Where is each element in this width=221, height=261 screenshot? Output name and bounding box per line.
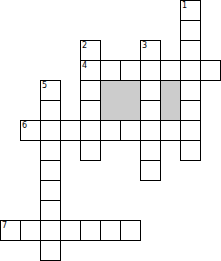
crossword-cell-r6c6[interactable] <box>120 120 141 141</box>
crossword-cell-r5c2[interactable] <box>40 100 61 121</box>
shaded-block-2[interactable] <box>160 80 181 121</box>
crossword-cell-r6c8[interactable] <box>160 120 181 141</box>
crossword-cell-r7c4[interactable] <box>80 140 101 161</box>
crossword-cell-r1c9[interactable] <box>180 20 201 41</box>
crossword-cell-r7c9[interactable] <box>180 140 201 161</box>
crossword-cell-r4c9[interactable] <box>180 80 201 101</box>
crossword-cell-r2c4[interactable] <box>80 40 101 61</box>
crossword-cell-r0c9[interactable] <box>180 0 201 21</box>
crossword-cell-r7c2[interactable] <box>40 140 61 161</box>
crossword-cell-r11c1[interactable] <box>20 220 41 241</box>
crossword-cell-r4c2[interactable] <box>40 80 61 101</box>
crossword-cell-r4c4[interactable] <box>80 80 101 101</box>
crossword-cell-r10c2[interactable] <box>40 200 61 221</box>
crossword-cell-r3c7[interactable] <box>140 60 161 81</box>
crossword-cell-r5c7[interactable] <box>140 100 161 121</box>
crossword-cell-r3c10[interactable] <box>200 60 221 81</box>
crossword-cell-r3c4[interactable] <box>80 60 101 81</box>
crossword-cell-r11c0[interactable] <box>0 220 21 241</box>
crossword-cell-r7c7[interactable] <box>140 140 161 161</box>
crossword-cell-r3c5[interactable] <box>100 60 121 81</box>
crossword-cell-r8c7[interactable] <box>140 160 161 181</box>
crossword-cell-r2c7[interactable] <box>140 40 161 61</box>
crossword-cell-r11c5[interactable] <box>100 220 121 241</box>
crossword-cell-r12c2[interactable] <box>40 240 61 261</box>
crossword-cell-r6c9[interactable] <box>180 120 201 141</box>
crossword-cell-r11c6[interactable] <box>120 220 141 241</box>
crossword-board: 1234567 <box>0 0 221 261</box>
crossword-cell-r2c9[interactable] <box>180 40 201 61</box>
crossword-cell-r11c3[interactable] <box>60 220 81 241</box>
crossword-cell-r6c4[interactable] <box>80 120 101 141</box>
shaded-block-1[interactable] <box>100 80 141 121</box>
crossword-cell-r3c6[interactable] <box>120 60 141 81</box>
crossword-cell-r6c1[interactable] <box>20 120 41 141</box>
crossword-cell-r11c4[interactable] <box>80 220 101 241</box>
crossword-cell-r6c5[interactable] <box>100 120 121 141</box>
crossword-cell-r5c9[interactable] <box>180 100 201 121</box>
crossword-cell-r3c9[interactable] <box>180 60 201 81</box>
crossword-cell-r9c2[interactable] <box>40 180 61 201</box>
crossword-cell-r5c4[interactable] <box>80 100 101 121</box>
crossword-cell-r4c7[interactable] <box>140 80 161 101</box>
crossword-cell-r6c3[interactable] <box>60 120 81 141</box>
crossword-cell-r11c2[interactable] <box>40 220 61 241</box>
crossword-cell-r6c2[interactable] <box>40 120 61 141</box>
crossword-cell-r3c8[interactable] <box>160 60 181 81</box>
crossword-cell-r6c7[interactable] <box>140 120 161 141</box>
crossword-cell-r8c2[interactable] <box>40 160 61 181</box>
